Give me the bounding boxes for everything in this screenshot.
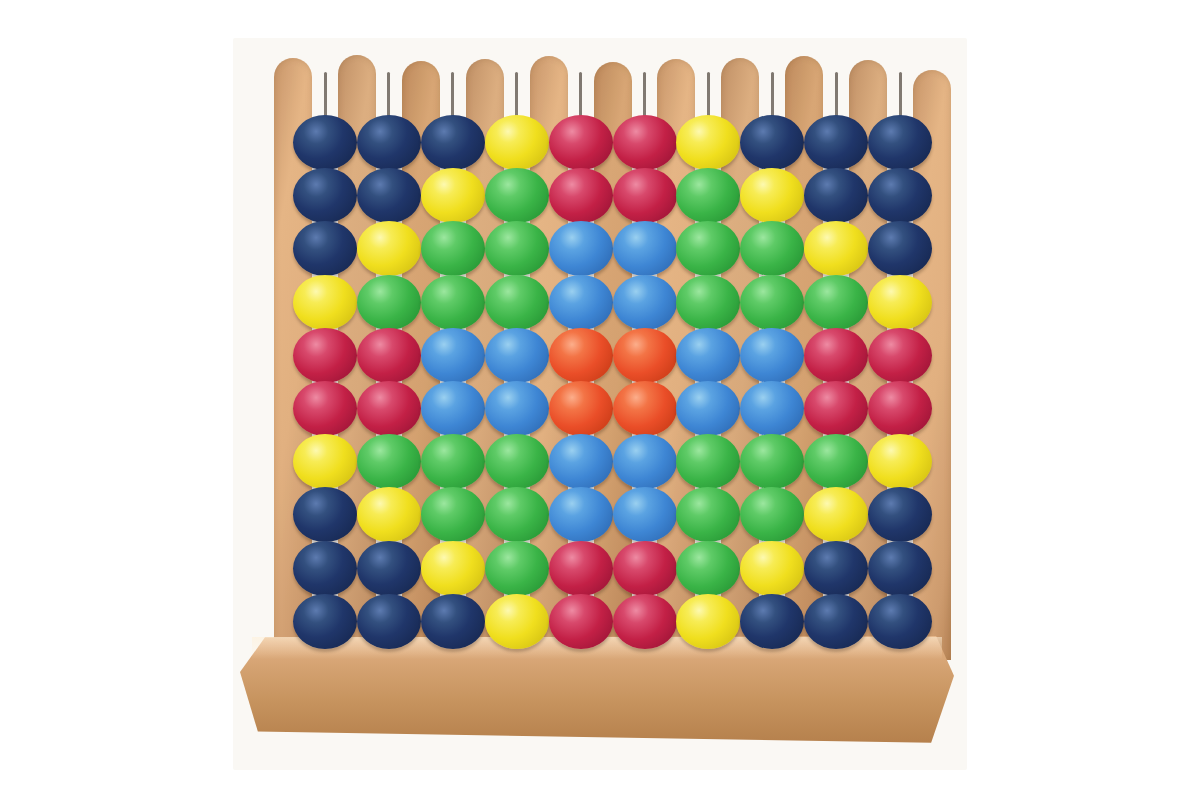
bead-blue-r6-c4[interactable]: [485, 381, 549, 436]
bead-red-r9-c5[interactable]: [549, 541, 613, 596]
bead-orange-r6-c6[interactable]: [613, 381, 677, 436]
bead-green-r4-c7[interactable]: [676, 275, 740, 330]
bead-navy-r9-c1[interactable]: [293, 541, 357, 596]
bead-orange-r6-c5[interactable]: [549, 381, 613, 436]
bead-green-r7-c3[interactable]: [421, 434, 485, 489]
bead-blue-r6-c8[interactable]: [740, 381, 804, 436]
bead-yellow-r1-c4[interactable]: [485, 115, 549, 170]
bead-red-r6-c9[interactable]: [804, 381, 868, 436]
bead-green-r9-c7[interactable]: [676, 541, 740, 596]
bead-navy-r1-c2[interactable]: [357, 115, 421, 170]
bead-green-r4-c3[interactable]: [421, 275, 485, 330]
bead-navy-r1-c3[interactable]: [421, 115, 485, 170]
bead-green-r9-c4[interactable]: [485, 541, 549, 596]
bead-navy-r9-c2[interactable]: [357, 541, 421, 596]
bead-yellow-r3-c2[interactable]: [357, 221, 421, 276]
bead-navy-r2-c10[interactable]: [868, 168, 932, 223]
bead-red-r5-c2[interactable]: [357, 328, 421, 383]
bead-red-r6-c2[interactable]: [357, 381, 421, 436]
bead-blue-r6-c7[interactable]: [676, 381, 740, 436]
bead-green-r7-c9[interactable]: [804, 434, 868, 489]
bead-green-r4-c8[interactable]: [740, 275, 804, 330]
bead-green-r7-c4[interactable]: [485, 434, 549, 489]
bead-red-r2-c5[interactable]: [549, 168, 613, 223]
bead-yellow-r7-c10[interactable]: [868, 434, 932, 489]
bead-blue-r5-c3[interactable]: [421, 328, 485, 383]
bead-navy-r1-c9[interactable]: [804, 115, 868, 170]
bead-navy-r8-c1[interactable]: [293, 487, 357, 542]
bead-navy-r10-c10[interactable]: [868, 594, 932, 649]
bead-navy-r9-c9[interactable]: [804, 541, 868, 596]
bead-blue-r5-c7[interactable]: [676, 328, 740, 383]
bead-yellow-r9-c3[interactable]: [421, 541, 485, 596]
bead-navy-r9-c10[interactable]: [868, 541, 932, 596]
bead-blue-r5-c8[interactable]: [740, 328, 804, 383]
bead-navy-r2-c9[interactable]: [804, 168, 868, 223]
bead-blue-r7-c6[interactable]: [613, 434, 677, 489]
bead-red-r10-c6[interactable]: [613, 594, 677, 649]
bead-blue-r6-c3[interactable]: [421, 381, 485, 436]
bead-navy-r3-c1[interactable]: [293, 221, 357, 276]
bead-yellow-r10-c7[interactable]: [676, 594, 740, 649]
bead-yellow-r4-c1[interactable]: [293, 275, 357, 330]
bead-navy-r10-c2[interactable]: [357, 594, 421, 649]
bead-red-r1-c5[interactable]: [549, 115, 613, 170]
bead-navy-r1-c1[interactable]: [293, 115, 357, 170]
bead-blue-r3-c5[interactable]: [549, 221, 613, 276]
bead-green-r3-c3[interactable]: [421, 221, 485, 276]
bead-yellow-r2-c3[interactable]: [421, 168, 485, 223]
bead-blue-r4-c6[interactable]: [613, 275, 677, 330]
bead-green-r3-c4[interactable]: [485, 221, 549, 276]
bead-green-r4-c4[interactable]: [485, 275, 549, 330]
bead-red-r6-c10[interactable]: [868, 381, 932, 436]
bead-green-r4-c2[interactable]: [357, 275, 421, 330]
bead-red-r5-c1[interactable]: [293, 328, 357, 383]
abacus-photo: [0, 0, 1200, 800]
bead-yellow-r10-c4[interactable]: [485, 594, 549, 649]
bead-yellow-r4-c10[interactable]: [868, 275, 932, 330]
bead-yellow-r7-c1[interactable]: [293, 434, 357, 489]
bead-green-r4-c9[interactable]: [804, 275, 868, 330]
bead-orange-r5-c6[interactable]: [613, 328, 677, 383]
bead-blue-r3-c6[interactable]: [613, 221, 677, 276]
bead-blue-r5-c4[interactable]: [485, 328, 549, 383]
bead-navy-r10-c8[interactable]: [740, 594, 804, 649]
bead-red-r6-c1[interactable]: [293, 381, 357, 436]
bead-red-r2-c6[interactable]: [613, 168, 677, 223]
bead-red-r1-c6[interactable]: [613, 115, 677, 170]
bead-green-r7-c2[interactable]: [357, 434, 421, 489]
bead-green-r8-c3[interactable]: [421, 487, 485, 542]
bead-yellow-r8-c2[interactable]: [357, 487, 421, 542]
bead-blue-r8-c5[interactable]: [549, 487, 613, 542]
bead-red-r10-c5[interactable]: [549, 594, 613, 649]
bead-red-r9-c6[interactable]: [613, 541, 677, 596]
bead-yellow-r9-c8[interactable]: [740, 541, 804, 596]
bead-yellow-r1-c7[interactable]: [676, 115, 740, 170]
bead-orange-r5-c5[interactable]: [549, 328, 613, 383]
bead-navy-r1-c10[interactable]: [868, 115, 932, 170]
bead-green-r8-c4[interactable]: [485, 487, 549, 542]
bead-blue-r4-c5[interactable]: [549, 275, 613, 330]
bead-red-r5-c10[interactable]: [868, 328, 932, 383]
bead-blue-r7-c5[interactable]: [549, 434, 613, 489]
bead-navy-r10-c9[interactable]: [804, 594, 868, 649]
bead-navy-r10-c3[interactable]: [421, 594, 485, 649]
bead-navy-r1-c8[interactable]: [740, 115, 804, 170]
bead-green-r2-c4[interactable]: [485, 168, 549, 223]
bead-blue-r8-c6[interactable]: [613, 487, 677, 542]
bead-navy-r2-c1[interactable]: [293, 168, 357, 223]
bead-navy-r2-c2[interactable]: [357, 168, 421, 223]
bead-red-r5-c9[interactable]: [804, 328, 868, 383]
bead-navy-r10-c1[interactable]: [293, 594, 357, 649]
